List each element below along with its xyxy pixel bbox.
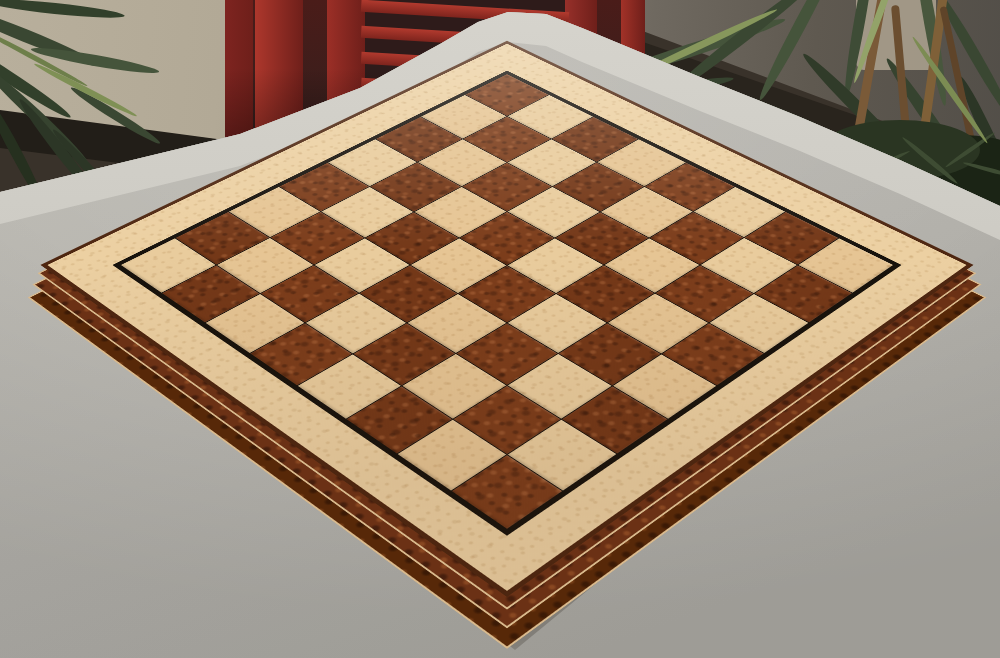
- wall-light-patch: [856, 0, 936, 70]
- scene: [0, 0, 1000, 658]
